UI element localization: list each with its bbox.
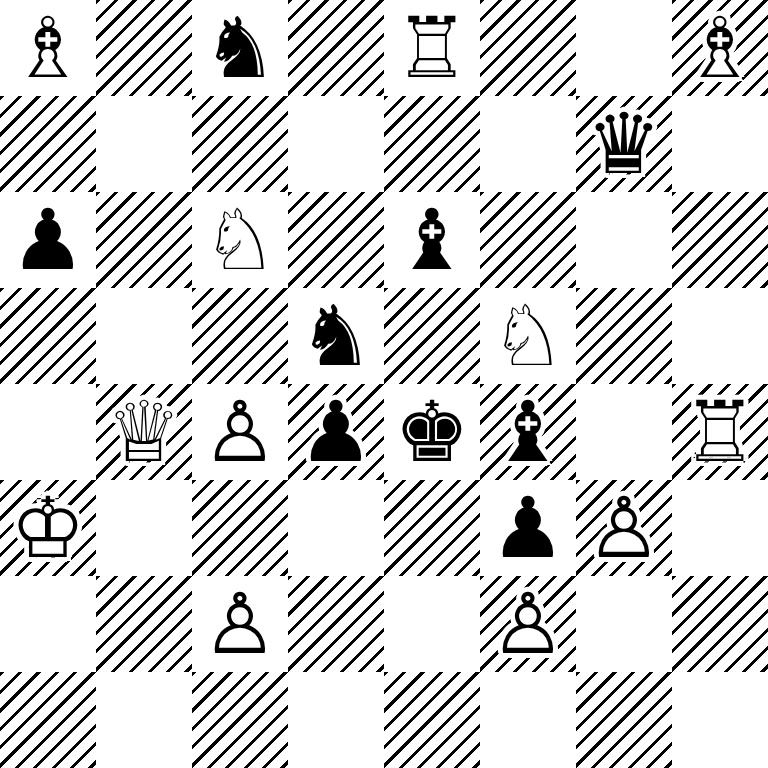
square-b5[interactable] <box>96 288 192 384</box>
black-pawn-icon: ♟ <box>0 192 96 288</box>
piece-white-queen-b4[interactable]: ♛♕ <box>96 384 192 480</box>
square-c4[interactable]: ♟♙ <box>192 384 288 480</box>
piece-white-bishop-a8[interactable]: ♝♗ <box>0 0 96 96</box>
square-d7[interactable] <box>288 96 384 192</box>
square-b7[interactable] <box>96 96 192 192</box>
square-c3[interactable] <box>192 480 288 576</box>
chess-diagram: ♝♗♞♞♜♖♝♗♛♛♟♟♞♘♝♝♞♞♞♘♛♕♟♙♟♟♚♚♝♝♜♖♚♔♟♟♟♙♟♙… <box>0 0 768 768</box>
black-pawn-icon: ♟ <box>480 480 576 576</box>
chess-board: ♝♗♞♞♜♖♝♗♛♛♟♟♞♘♝♝♞♞♞♘♛♕♟♙♟♟♚♚♝♝♜♖♚♔♟♟♟♙♟♙… <box>0 0 768 768</box>
black-bishop-icon: ♝ <box>480 384 576 480</box>
piece-black-pawn-f3[interactable]: ♟♟ <box>480 480 576 576</box>
square-a1[interactable] <box>0 672 96 768</box>
piece-black-bishop-e6[interactable]: ♝♝ <box>384 192 480 288</box>
square-h7[interactable] <box>672 96 768 192</box>
piece-white-rook-h4[interactable]: ♜♖ <box>672 384 768 480</box>
piece-white-knight-f5[interactable]: ♞♘ <box>480 288 576 384</box>
square-a7[interactable] <box>0 96 96 192</box>
white-pawn-icon: ♙ <box>192 384 288 480</box>
square-f6[interactable] <box>480 192 576 288</box>
square-e3[interactable] <box>384 480 480 576</box>
white-knight-icon: ♘ <box>192 192 288 288</box>
square-e8[interactable]: ♜♖ <box>384 0 480 96</box>
square-b2[interactable] <box>96 576 192 672</box>
white-pawn-icon: ♙ <box>576 480 672 576</box>
square-a2[interactable] <box>0 576 96 672</box>
square-g6[interactable] <box>576 192 672 288</box>
black-queen-icon: ♛ <box>576 96 672 192</box>
square-f7[interactable] <box>480 96 576 192</box>
piece-white-rook-e8[interactable]: ♜♖ <box>384 0 480 96</box>
square-c7[interactable] <box>192 96 288 192</box>
square-f1[interactable] <box>480 672 576 768</box>
white-knight-icon: ♘ <box>480 288 576 384</box>
piece-white-pawn-c4[interactable]: ♟♙ <box>192 384 288 480</box>
black-knight-icon: ♞ <box>192 0 288 96</box>
square-b6[interactable] <box>96 192 192 288</box>
square-h1[interactable] <box>672 672 768 768</box>
square-a5[interactable] <box>0 288 96 384</box>
square-a6[interactable]: ♟♟ <box>0 192 96 288</box>
square-c6[interactable]: ♞♘ <box>192 192 288 288</box>
white-pawn-icon: ♙ <box>480 576 576 672</box>
black-knight-icon: ♞ <box>288 288 384 384</box>
square-f5[interactable]: ♞♘ <box>480 288 576 384</box>
square-e1[interactable] <box>384 672 480 768</box>
piece-black-pawn-d4[interactable]: ♟♟ <box>288 384 384 480</box>
square-g2[interactable] <box>576 576 672 672</box>
white-pawn-icon: ♙ <box>192 576 288 672</box>
square-g8[interactable] <box>576 0 672 96</box>
square-d4[interactable]: ♟♟ <box>288 384 384 480</box>
square-e6[interactable]: ♝♝ <box>384 192 480 288</box>
piece-black-knight-c8[interactable]: ♞♞ <box>192 0 288 96</box>
square-b1[interactable] <box>96 672 192 768</box>
piece-white-pawn-f2[interactable]: ♟♙ <box>480 576 576 672</box>
square-g7[interactable]: ♛♛ <box>576 96 672 192</box>
square-d2[interactable] <box>288 576 384 672</box>
square-a3[interactable]: ♚♔ <box>0 480 96 576</box>
square-d5[interactable]: ♞♞ <box>288 288 384 384</box>
square-e2[interactable] <box>384 576 480 672</box>
square-c2[interactable]: ♟♙ <box>192 576 288 672</box>
black-king-icon: ♚ <box>384 384 480 480</box>
white-bishop-icon: ♗ <box>0 0 96 96</box>
piece-white-bishop-h8[interactable]: ♝♗ <box>672 0 768 96</box>
piece-white-pawn-c2[interactable]: ♟♙ <box>192 576 288 672</box>
square-b3[interactable] <box>96 480 192 576</box>
piece-black-queen-g7[interactable]: ♛♛ <box>576 96 672 192</box>
square-d8[interactable] <box>288 0 384 96</box>
square-f4[interactable]: ♝♝ <box>480 384 576 480</box>
piece-white-knight-c6[interactable]: ♞♘ <box>192 192 288 288</box>
square-e5[interactable] <box>384 288 480 384</box>
piece-white-king-a3[interactable]: ♚♔ <box>0 480 96 576</box>
piece-white-pawn-g3[interactable]: ♟♙ <box>576 480 672 576</box>
square-b4[interactable]: ♛♕ <box>96 384 192 480</box>
black-bishop-icon: ♝ <box>384 192 480 288</box>
square-b8[interactable] <box>96 0 192 96</box>
square-a4[interactable] <box>0 384 96 480</box>
white-bishop-icon: ♗ <box>672 0 768 96</box>
square-d3[interactable] <box>288 480 384 576</box>
square-g3[interactable]: ♟♙ <box>576 480 672 576</box>
piece-black-pawn-a6[interactable]: ♟♟ <box>0 192 96 288</box>
square-h6[interactable] <box>672 192 768 288</box>
square-e7[interactable] <box>384 96 480 192</box>
square-c5[interactable] <box>192 288 288 384</box>
piece-black-bishop-f4[interactable]: ♝♝ <box>480 384 576 480</box>
square-c8[interactable]: ♞♞ <box>192 0 288 96</box>
square-h2[interactable] <box>672 576 768 672</box>
square-e4[interactable]: ♚♚ <box>384 384 480 480</box>
square-g1[interactable] <box>576 672 672 768</box>
white-rook-icon: ♖ <box>672 384 768 480</box>
square-g4[interactable] <box>576 384 672 480</box>
white-queen-icon: ♕ <box>96 384 192 480</box>
square-g5[interactable] <box>576 288 672 384</box>
piece-black-knight-d5[interactable]: ♞♞ <box>288 288 384 384</box>
square-h4[interactable]: ♜♖ <box>672 384 768 480</box>
black-pawn-icon: ♟ <box>288 384 384 480</box>
white-king-icon: ♔ <box>0 480 96 576</box>
square-h8[interactable]: ♝♗ <box>672 0 768 96</box>
white-rook-icon: ♖ <box>384 0 480 96</box>
square-h3[interactable] <box>672 480 768 576</box>
square-c1[interactable] <box>192 672 288 768</box>
square-a8[interactable]: ♝♗ <box>0 0 96 96</box>
piece-black-king-e4[interactable]: ♚♚ <box>384 384 480 480</box>
square-f2[interactable]: ♟♙ <box>480 576 576 672</box>
square-d1[interactable] <box>288 672 384 768</box>
square-f3[interactable]: ♟♟ <box>480 480 576 576</box>
square-h5[interactable] <box>672 288 768 384</box>
square-d6[interactable] <box>288 192 384 288</box>
square-f8[interactable] <box>480 0 576 96</box>
